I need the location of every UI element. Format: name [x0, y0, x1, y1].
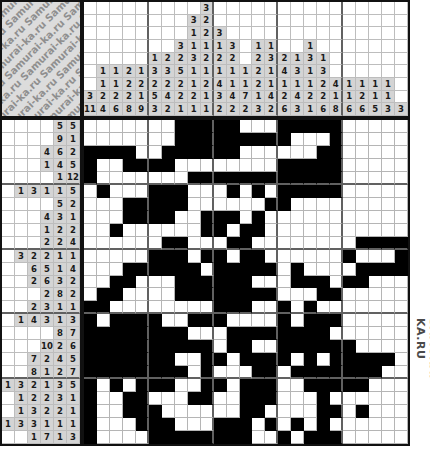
grid-cell[interactable]	[304, 237, 317, 250]
grid-cell[interactable]	[304, 431, 317, 444]
grid-cell[interactable]	[110, 353, 123, 366]
grid-cell[interactable]	[369, 146, 382, 159]
grid-cell[interactable]	[304, 185, 317, 198]
grid-cell[interactable]	[162, 263, 175, 276]
grid-cell[interactable]	[149, 327, 162, 340]
grid-cell[interactable]	[343, 418, 356, 431]
grid-cell[interactable]	[317, 198, 330, 211]
grid-cell[interactable]	[227, 301, 240, 314]
grid-cell[interactable]	[317, 237, 330, 250]
grid-cell[interactable]	[291, 288, 304, 301]
grid-cell[interactable]	[162, 224, 175, 237]
grid-cell[interactable]	[175, 159, 188, 172]
grid-cell[interactable]	[356, 185, 369, 198]
grid-cell[interactable]	[252, 276, 265, 289]
grid-cell[interactable]	[317, 211, 330, 224]
grid-cell[interactable]	[356, 263, 369, 276]
grid-cell[interactable]	[227, 431, 240, 444]
grid-cell[interactable]	[265, 159, 278, 172]
grid-cell[interactable]	[369, 327, 382, 340]
grid-cell[interactable]	[162, 392, 175, 405]
grid-cell[interactable]	[188, 198, 201, 211]
grid-cell[interactable]	[97, 172, 110, 185]
grid-cell[interactable]	[343, 250, 356, 263]
grid-cell[interactable]	[123, 327, 136, 340]
grid-cell[interactable]	[149, 263, 162, 276]
grid-cell[interactable]	[278, 379, 291, 392]
grid-cell[interactable]	[97, 379, 110, 392]
grid-cell[interactable]	[356, 224, 369, 237]
grid-cell[interactable]	[188, 353, 201, 366]
grid-cell[interactable]	[214, 431, 227, 444]
grid-cell[interactable]	[175, 133, 188, 146]
grid-cell[interactable]	[240, 327, 253, 340]
grid-cell[interactable]	[175, 353, 188, 366]
grid-cell[interactable]	[84, 340, 97, 353]
grid-cell[interactable]	[227, 159, 240, 172]
grid-cell[interactable]	[162, 172, 175, 185]
grid-cell[interactable]	[291, 276, 304, 289]
grid-cell[interactable]	[304, 250, 317, 263]
grid-cell[interactable]	[123, 301, 136, 314]
grid-cell[interactable]	[330, 392, 343, 405]
grid-cell[interactable]	[214, 211, 227, 224]
grid-cell[interactable]	[149, 405, 162, 418]
grid-cell[interactable]	[214, 314, 227, 327]
grid-cell[interactable]	[136, 327, 149, 340]
grid-cell[interactable]	[162, 418, 175, 431]
grid-cell[interactable]	[136, 405, 149, 418]
grid-cell[interactable]	[136, 224, 149, 237]
grid-cell[interactable]	[97, 327, 110, 340]
grid-cell[interactable]	[240, 146, 253, 159]
grid-cell[interactable]	[252, 263, 265, 276]
grid-cell[interactable]	[265, 133, 278, 146]
grid-cell[interactable]	[201, 146, 214, 159]
grid-cell[interactable]	[317, 276, 330, 289]
grid-cell[interactable]	[123, 314, 136, 327]
grid-cell[interactable]	[369, 418, 382, 431]
grid-cell[interactable]	[175, 172, 188, 185]
grid-cell[interactable]	[97, 405, 110, 418]
grid-cell[interactable]	[252, 353, 265, 366]
grid-cell[interactable]	[343, 405, 356, 418]
grid-cell[interactable]	[252, 366, 265, 379]
grid-cell[interactable]	[136, 288, 149, 301]
grid-cell[interactable]	[291, 211, 304, 224]
grid-cell[interactable]	[291, 133, 304, 146]
grid-cell[interactable]	[330, 418, 343, 431]
grid-cell[interactable]	[188, 276, 201, 289]
grid-cell[interactable]	[252, 237, 265, 250]
grid-cell[interactable]	[330, 172, 343, 185]
grid-cell[interactable]	[382, 185, 395, 198]
grid-cell[interactable]	[175, 237, 188, 250]
grid-cell[interactable]	[291, 366, 304, 379]
grid-cell[interactable]	[369, 185, 382, 198]
grid-cell[interactable]	[395, 314, 408, 327]
grid-cell[interactable]	[97, 224, 110, 237]
grid-cell[interactable]	[278, 146, 291, 159]
grid-cell[interactable]	[291, 431, 304, 444]
grid-cell[interactable]	[265, 263, 278, 276]
grid-cell[interactable]	[149, 379, 162, 392]
grid-cell[interactable]	[369, 250, 382, 263]
grid-cell[interactable]	[123, 250, 136, 263]
grid-cell[interactable]	[330, 276, 343, 289]
grid-cell[interactable]	[201, 133, 214, 146]
grid-cell[interactable]	[162, 314, 175, 327]
grid-cell[interactable]	[84, 185, 97, 198]
grid-cell[interactable]	[278, 237, 291, 250]
grid-cell[interactable]	[291, 340, 304, 353]
grid-cell[interactable]	[395, 133, 408, 146]
grid-cell[interactable]	[356, 366, 369, 379]
grid-cell[interactable]	[201, 353, 214, 366]
grid-cell[interactable]	[188, 185, 201, 198]
grid-cell[interactable]	[252, 172, 265, 185]
grid-cell[interactable]	[317, 340, 330, 353]
grid-cell[interactable]	[149, 159, 162, 172]
grid-cell[interactable]	[162, 159, 175, 172]
grid-cell[interactable]	[123, 288, 136, 301]
grid-cell[interactable]	[188, 431, 201, 444]
grid-cell[interactable]	[395, 263, 408, 276]
grid-cell[interactable]	[201, 211, 214, 224]
grid-cell[interactable]	[136, 159, 149, 172]
grid-cell[interactable]	[382, 172, 395, 185]
grid-cell[interactable]	[382, 250, 395, 263]
grid-cell[interactable]	[97, 237, 110, 250]
grid-cell[interactable]	[84, 250, 97, 263]
grid-cell[interactable]	[97, 353, 110, 366]
grid-cell[interactable]	[214, 288, 227, 301]
grid-cell[interactable]	[252, 301, 265, 314]
grid-cell[interactable]	[369, 366, 382, 379]
grid-cell[interactable]	[343, 211, 356, 224]
grid-cell[interactable]	[136, 418, 149, 431]
grid-cell[interactable]	[149, 418, 162, 431]
grid-cell[interactable]	[123, 159, 136, 172]
grid-cell[interactable]	[227, 353, 240, 366]
grid-cell[interactable]	[395, 146, 408, 159]
grid-cell[interactable]	[356, 314, 369, 327]
grid-cell[interactable]	[304, 379, 317, 392]
grid-cell[interactable]	[84, 224, 97, 237]
grid-cell[interactable]	[330, 263, 343, 276]
grid-cell[interactable]	[162, 288, 175, 301]
grid-cell[interactable]	[330, 146, 343, 159]
grid-cell[interactable]	[227, 120, 240, 133]
grid-cell[interactable]	[317, 366, 330, 379]
grid-cell[interactable]	[227, 263, 240, 276]
grid-cell[interactable]	[382, 379, 395, 392]
grid-cell[interactable]	[188, 120, 201, 133]
grid-cell[interactable]	[330, 340, 343, 353]
grid-cell[interactable]	[201, 301, 214, 314]
grid-cell[interactable]	[369, 133, 382, 146]
grid-cell[interactable]	[149, 172, 162, 185]
grid-cell[interactable]	[369, 159, 382, 172]
grid-cell[interactable]	[382, 431, 395, 444]
grid-cell[interactable]	[343, 133, 356, 146]
grid-cell[interactable]	[252, 288, 265, 301]
grid-cell[interactable]	[136, 366, 149, 379]
grid-cell[interactable]	[110, 276, 123, 289]
grid-cell[interactable]	[97, 392, 110, 405]
grid-cell[interactable]	[252, 159, 265, 172]
grid-cell[interactable]	[330, 288, 343, 301]
grid-cell[interactable]	[110, 327, 123, 340]
grid-cell[interactable]	[343, 172, 356, 185]
grid-cell[interactable]	[149, 353, 162, 366]
grid-cell[interactable]	[265, 211, 278, 224]
grid-cell[interactable]	[382, 418, 395, 431]
grid-cell[interactable]	[123, 224, 136, 237]
grid-cell[interactable]	[227, 133, 240, 146]
grid-cell[interactable]	[136, 185, 149, 198]
grid-cell[interactable]	[304, 392, 317, 405]
grid-cell[interactable]	[382, 211, 395, 224]
grid-cell[interactable]	[369, 353, 382, 366]
grid-cell[interactable]	[278, 185, 291, 198]
grid-cell[interactable]	[162, 211, 175, 224]
grid-cell[interactable]	[201, 405, 214, 418]
grid-cell[interactable]	[304, 120, 317, 133]
grid-cell[interactable]	[317, 392, 330, 405]
grid-cell[interactable]	[162, 431, 175, 444]
grid-cell[interactable]	[291, 418, 304, 431]
grid-cell[interactable]	[227, 276, 240, 289]
grid-cell[interactable]	[343, 237, 356, 250]
grid-cell[interactable]	[291, 198, 304, 211]
grid-cell[interactable]	[304, 405, 317, 418]
grid-cell[interactable]	[149, 224, 162, 237]
grid-cell[interactable]	[175, 263, 188, 276]
grid-cell[interactable]	[240, 250, 253, 263]
grid-cell[interactable]	[252, 250, 265, 263]
grid-cell[interactable]	[317, 185, 330, 198]
grid-cell[interactable]	[343, 159, 356, 172]
grid-cell[interactable]	[227, 198, 240, 211]
grid-cell[interactable]	[252, 185, 265, 198]
grid-cell[interactable]	[110, 159, 123, 172]
grid-cell[interactable]	[304, 276, 317, 289]
grid-cell[interactable]	[188, 405, 201, 418]
grid-cell[interactable]	[240, 392, 253, 405]
grid-cell[interactable]	[214, 159, 227, 172]
grid-cell[interactable]	[240, 237, 253, 250]
grid-cell[interactable]	[265, 237, 278, 250]
grid-cell[interactable]	[201, 224, 214, 237]
grid-cell[interactable]	[227, 237, 240, 250]
grid-cell[interactable]	[369, 211, 382, 224]
grid-cell[interactable]	[84, 276, 97, 289]
grid-cell[interactable]	[343, 301, 356, 314]
grid-cell[interactable]	[162, 133, 175, 146]
grid-cell[interactable]	[214, 392, 227, 405]
grid-cell[interactable]	[84, 172, 97, 185]
grid-cell[interactable]	[330, 379, 343, 392]
grid-cell[interactable]	[395, 172, 408, 185]
grid-cell[interactable]	[201, 172, 214, 185]
grid-cell[interactable]	[136, 172, 149, 185]
grid-cell[interactable]	[136, 431, 149, 444]
grid-cell[interactable]	[175, 327, 188, 340]
grid-cell[interactable]	[149, 237, 162, 250]
grid-cell[interactable]	[214, 250, 227, 263]
grid-cell[interactable]	[356, 405, 369, 418]
grid-cell[interactable]	[369, 172, 382, 185]
grid-cell[interactable]	[291, 146, 304, 159]
grid-cell[interactable]	[265, 198, 278, 211]
grid-cell[interactable]	[356, 431, 369, 444]
grid-cell[interactable]	[330, 327, 343, 340]
grid-cell[interactable]	[265, 146, 278, 159]
grid-cell[interactable]	[136, 340, 149, 353]
grid-cell[interactable]	[110, 392, 123, 405]
grid-cell[interactable]	[291, 159, 304, 172]
grid-cell[interactable]	[110, 340, 123, 353]
grid-cell[interactable]	[123, 392, 136, 405]
grid-cell[interactable]	[84, 120, 97, 133]
grid-cell[interactable]	[175, 224, 188, 237]
grid-cell[interactable]	[240, 211, 253, 224]
grid-cell[interactable]	[291, 250, 304, 263]
grid-cell[interactable]	[304, 211, 317, 224]
grid-cell[interactable]	[265, 392, 278, 405]
grid-cell[interactable]	[369, 120, 382, 133]
grid-cell[interactable]	[369, 301, 382, 314]
grid-cell[interactable]	[162, 276, 175, 289]
grid-cell[interactable]	[188, 133, 201, 146]
grid-cell[interactable]	[278, 211, 291, 224]
grid-cell[interactable]	[265, 379, 278, 392]
grid-cell[interactable]	[162, 237, 175, 250]
grid-cell[interactable]	[214, 418, 227, 431]
grid-cell[interactable]	[330, 185, 343, 198]
grid-cell[interactable]	[382, 276, 395, 289]
grid-cell[interactable]	[110, 301, 123, 314]
grid-cell[interactable]	[110, 211, 123, 224]
grid-cell[interactable]	[369, 431, 382, 444]
grid-cell[interactable]	[84, 146, 97, 159]
grid-cell[interactable]	[97, 185, 110, 198]
grid-cell[interactable]	[110, 120, 123, 133]
grid-cell[interactable]	[395, 366, 408, 379]
grid-cell[interactable]	[330, 366, 343, 379]
grid-cell[interactable]	[369, 276, 382, 289]
grid-cell[interactable]	[149, 314, 162, 327]
grid-cell[interactable]	[252, 198, 265, 211]
grid-cell[interactable]	[317, 250, 330, 263]
grid-cell[interactable]	[240, 198, 253, 211]
grid-cell[interactable]	[240, 301, 253, 314]
grid-cell[interactable]	[84, 237, 97, 250]
grid-cell[interactable]	[188, 366, 201, 379]
grid-cell[interactable]	[265, 276, 278, 289]
grid-cell[interactable]	[291, 379, 304, 392]
grid-cell[interactable]	[343, 366, 356, 379]
grid-cell[interactable]	[123, 172, 136, 185]
grid-cell[interactable]	[382, 159, 395, 172]
grid-cell[interactable]	[382, 353, 395, 366]
grid-cell[interactable]	[214, 405, 227, 418]
grid-cell[interactable]	[240, 185, 253, 198]
grid-cell[interactable]	[227, 392, 240, 405]
grid-cell[interactable]	[382, 198, 395, 211]
grid-cell[interactable]	[356, 211, 369, 224]
grid-cell[interactable]	[304, 159, 317, 172]
grid-cell[interactable]	[84, 405, 97, 418]
grid-cell[interactable]	[123, 405, 136, 418]
grid-cell[interactable]	[175, 276, 188, 289]
grid-cell[interactable]	[123, 431, 136, 444]
grid-cell[interactable]	[201, 392, 214, 405]
grid-cell[interactable]	[136, 301, 149, 314]
grid-cell[interactable]	[291, 314, 304, 327]
grid-cell[interactable]	[304, 288, 317, 301]
grid-cell[interactable]	[110, 237, 123, 250]
grid-cell[interactable]	[278, 327, 291, 340]
grid-cell[interactable]	[162, 366, 175, 379]
grid-cell[interactable]	[304, 301, 317, 314]
grid-cell[interactable]	[265, 172, 278, 185]
grid-cell[interactable]	[110, 366, 123, 379]
grid-cell[interactable]	[252, 418, 265, 431]
grid-cell[interactable]	[97, 211, 110, 224]
grid-cell[interactable]	[369, 263, 382, 276]
grid-cell[interactable]	[149, 366, 162, 379]
grid-cell[interactable]	[395, 340, 408, 353]
grid-cell[interactable]	[356, 172, 369, 185]
grid-cell[interactable]	[343, 146, 356, 159]
grid-cell[interactable]	[356, 159, 369, 172]
grid-cell[interactable]	[175, 288, 188, 301]
grid-cell[interactable]	[278, 276, 291, 289]
grid-cell[interactable]	[136, 263, 149, 276]
grid-cell[interactable]	[188, 159, 201, 172]
grid-cell[interactable]	[291, 185, 304, 198]
grid-cell[interactable]	[214, 172, 227, 185]
grid-cell[interactable]	[162, 146, 175, 159]
grid-cell[interactable]	[330, 211, 343, 224]
grid-cell[interactable]	[382, 120, 395, 133]
grid-cell[interactable]	[97, 288, 110, 301]
grid-cell[interactable]	[97, 276, 110, 289]
grid-cell[interactable]	[123, 211, 136, 224]
grid-cell[interactable]	[343, 327, 356, 340]
grid-cell[interactable]	[278, 172, 291, 185]
grid-cell[interactable]	[97, 263, 110, 276]
grid-cell[interactable]	[369, 379, 382, 392]
grid-cell[interactable]	[149, 288, 162, 301]
grid-cell[interactable]	[227, 250, 240, 263]
grid-cell[interactable]	[265, 250, 278, 263]
grid-cell[interactable]	[395, 120, 408, 133]
grid-cell[interactable]	[240, 405, 253, 418]
grid-cell[interactable]	[201, 366, 214, 379]
grid-cell[interactable]	[227, 366, 240, 379]
grid-cell[interactable]	[343, 224, 356, 237]
grid-cell[interactable]	[188, 172, 201, 185]
grid-cell[interactable]	[395, 237, 408, 250]
grid-cell[interactable]	[304, 172, 317, 185]
grid-cell[interactable]	[149, 133, 162, 146]
grid-cell[interactable]	[317, 172, 330, 185]
grid-cell[interactable]	[317, 314, 330, 327]
grid-cell[interactable]	[343, 120, 356, 133]
